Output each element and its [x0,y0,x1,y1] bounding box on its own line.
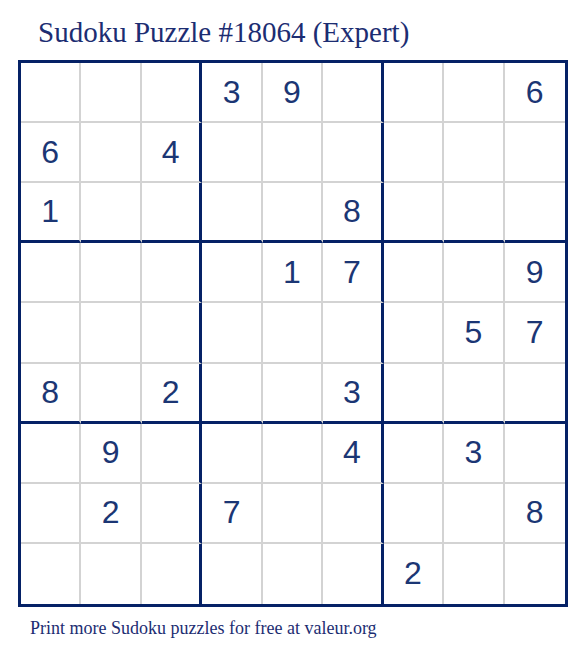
empty-cell-r6c2 [81,364,141,424]
empty-cell-r2c8 [444,123,504,183]
empty-cell-r2c7 [384,123,444,183]
empty-cell-r8c5 [263,484,323,544]
empty-cell-r7c3 [142,424,202,484]
empty-cell-r5c4 [202,303,262,363]
empty-cell-r9c4 [202,544,262,604]
empty-cell-r2c6 [323,123,383,183]
empty-cell-r2c9 [505,123,565,183]
empty-cell-r9c1 [21,544,81,604]
given-cell-r1c9: 6 [505,63,565,123]
given-cell-r6c6: 3 [323,364,383,424]
empty-cell-r8c1 [21,484,81,544]
empty-cell-r7c1 [21,424,81,484]
empty-cell-r2c5 [263,123,323,183]
empty-cell-r3c5 [263,183,323,243]
empty-cell-r5c3 [142,303,202,363]
given-cell-r9c7: 2 [384,544,444,604]
empty-cell-r1c2 [81,63,141,123]
given-cell-r5c8: 5 [444,303,504,363]
sudoku-grid: 3966418179578239432782 [18,60,568,607]
given-cell-r7c8: 3 [444,424,504,484]
empty-cell-r3c2 [81,183,141,243]
given-cell-r4c9: 9 [505,243,565,303]
empty-cell-r1c7 [384,63,444,123]
empty-cell-r7c5 [263,424,323,484]
given-cell-r2c1: 6 [21,123,81,183]
empty-cell-r4c4 [202,243,262,303]
given-cell-r7c2: 9 [81,424,141,484]
empty-cell-r2c4 [202,123,262,183]
empty-cell-r8c6 [323,484,383,544]
empty-cell-r9c5 [263,544,323,604]
empty-cell-r7c9 [505,424,565,484]
empty-cell-r9c8 [444,544,504,604]
empty-cell-r2c2 [81,123,141,183]
given-cell-r8c9: 8 [505,484,565,544]
given-cell-r4c6: 7 [323,243,383,303]
empty-cell-r4c3 [142,243,202,303]
footer-text: Print more Sudoku puzzles for free at va… [30,616,377,640]
empty-cell-r6c4 [202,364,262,424]
empty-cell-r1c3 [142,63,202,123]
empty-cell-r5c1 [21,303,81,363]
given-cell-r3c1: 1 [21,183,81,243]
empty-cell-r1c6 [323,63,383,123]
empty-cell-r9c9 [505,544,565,604]
page-title: Sudoku Puzzle #18064 (Expert) [38,14,409,50]
empty-cell-r6c8 [444,364,504,424]
empty-cell-r1c1 [21,63,81,123]
empty-cell-r8c7 [384,484,444,544]
empty-cell-r5c7 [384,303,444,363]
given-cell-r1c5: 9 [263,63,323,123]
given-cell-r6c1: 8 [21,364,81,424]
empty-cell-r8c8 [444,484,504,544]
empty-cell-r3c8 [444,183,504,243]
empty-cell-r9c2 [81,544,141,604]
given-cell-r7c6: 4 [323,424,383,484]
given-cell-r8c2: 2 [81,484,141,544]
empty-cell-r3c3 [142,183,202,243]
empty-cell-r7c4 [202,424,262,484]
empty-cell-r4c1 [21,243,81,303]
empty-cell-r3c7 [384,183,444,243]
empty-cell-r4c7 [384,243,444,303]
given-cell-r4c5: 1 [263,243,323,303]
given-cell-r2c3: 4 [142,123,202,183]
given-cell-r8c4: 7 [202,484,262,544]
empty-cell-r1c8 [444,63,504,123]
empty-cell-r7c7 [384,424,444,484]
given-cell-r6c3: 2 [142,364,202,424]
empty-cell-r6c5 [263,364,323,424]
empty-cell-r3c4 [202,183,262,243]
empty-cell-r8c3 [142,484,202,544]
empty-cell-r9c3 [142,544,202,604]
empty-cell-r6c7 [384,364,444,424]
empty-cell-r9c6 [323,544,383,604]
given-cell-r1c4: 3 [202,63,262,123]
empty-cell-r5c6 [323,303,383,363]
given-cell-r3c6: 8 [323,183,383,243]
empty-cell-r3c9 [505,183,565,243]
empty-cell-r5c2 [81,303,141,363]
empty-cell-r4c2 [81,243,141,303]
empty-cell-r4c8 [444,243,504,303]
puzzle-page: Sudoku Puzzle #18064 (Expert) 3966418179… [0,0,580,651]
empty-cell-r6c9 [505,364,565,424]
empty-cell-r5c5 [263,303,323,363]
given-cell-r5c9: 7 [505,303,565,363]
